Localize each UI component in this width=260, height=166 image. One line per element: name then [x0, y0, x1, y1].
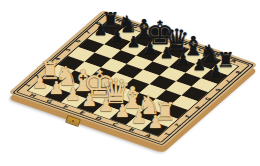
chess-piece-white-pawn-a1[interactable]: ♟ — [147, 114, 163, 132]
rank-label-left-7: 7 — [84, 30, 93, 34]
file-label-near-e: E — [78, 111, 86, 116]
chess-piece-white-pawn-e1[interactable]: ♟ — [82, 91, 98, 109]
file-label-near-d: D — [94, 116, 103, 121]
chess-piece-black-pawn-d7[interactable]: ♟ — [160, 46, 174, 61]
file-label-near-h: H — [28, 93, 37, 98]
chess-piece-white-pawn-h1[interactable]: ♟ — [32, 74, 48, 92]
chess-piece-white-pawn-f1[interactable]: ♟ — [65, 86, 81, 104]
chess-piece-black-pawn-a7[interactable]: ♟ — [209, 63, 223, 78]
chess-piece-black-pawn-e7[interactable]: ♟ — [143, 41, 157, 56]
rank-label-left-5: 5 — [64, 48, 73, 52]
chess-piece-black-pawn-f7[interactable]: ♟ — [127, 35, 141, 50]
chess-piece-white-pawn-b1[interactable]: ♟ — [131, 109, 147, 127]
chess-piece-black-pawn-b7[interactable]: ♟ — [193, 58, 207, 73]
rank-label-right-5: 5 — [203, 96, 212, 100]
photo-scene: HHGGFFEEDDCCBBAA1122334455667788 ♜♞♝♛♚♝♞… — [0, 0, 260, 166]
rank-label-right-3: 3 — [183, 114, 192, 118]
chess-piece-black-pawn-h7[interactable]: ♟ — [94, 23, 108, 38]
file-label-near-f: F — [62, 105, 70, 110]
chess-piece-white-pawn-c1[interactable]: ♟ — [114, 103, 130, 121]
rank-label-right-1: 1 — [163, 131, 172, 135]
file-label-near-c: C — [111, 122, 119, 127]
chess-piece-white-pawn-g1[interactable]: ♟ — [49, 80, 65, 98]
chess-piece-white-pawn-d1[interactable]: ♟ — [98, 97, 114, 115]
rank-label-left-6: 6 — [74, 39, 83, 43]
rank-label-right-7: 7 — [223, 78, 232, 82]
chess-piece-black-pawn-c7[interactable]: ♟ — [176, 52, 190, 67]
file-label-near-a: A — [144, 133, 153, 138]
chess-piece-black-pawn-g7[interactable]: ♟ — [110, 29, 124, 44]
rank-label-right-6: 6 — [213, 87, 222, 91]
rank-label-right-4: 4 — [193, 105, 202, 109]
file-label-near-g: G — [45, 99, 54, 104]
file-label-near-b: B — [127, 128, 136, 133]
